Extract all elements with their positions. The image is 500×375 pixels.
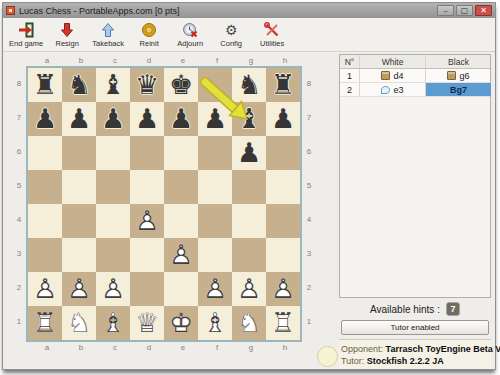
takeback-button[interactable]: Takeback (91, 19, 125, 50)
square-h4[interactable] (266, 204, 300, 238)
adjourn-button[interactable]: Adjourn (173, 19, 207, 50)
file-label-d: d (132, 55, 166, 66)
square-d3[interactable] (130, 238, 164, 272)
opponent-value: Tarrasch ToyEngine Beta V0.905 (386, 344, 500, 354)
move-row-2: 2e3Bg7 (340, 83, 490, 97)
moves-panel: N°WhiteBlack1d4g62e3Bg7 (339, 54, 491, 298)
takeback-up-arrow-icon (100, 22, 116, 39)
square-b6[interactable] (62, 136, 96, 170)
rank-label-2: 2 (302, 270, 316, 304)
file-label-f: f (200, 55, 234, 66)
white-pawn: ♙ (96, 272, 130, 306)
file-label-a: a (30, 55, 64, 66)
rank-label-5: 5 (12, 168, 26, 202)
black-pawn: ♟ (62, 102, 96, 136)
main-content: abcdefgh 87654321 ♜♞♝♛♚♞♜♟♟♟♟♟♟♝♟♟♟♙♟♙♟♙… (3, 52, 495, 369)
maximize-button[interactable]: ▢ (456, 5, 473, 16)
square-f2[interactable]: ♟♙ (198, 272, 232, 306)
close-button[interactable]: ✕ (475, 5, 492, 16)
square-f6[interactable] (198, 136, 232, 170)
file-label-f: f (200, 342, 234, 353)
square-d8[interactable]: ♛ (130, 68, 164, 102)
square-g8[interactable]: ♞ (232, 68, 266, 102)
white-bishop: ♗ (198, 306, 232, 340)
black-king: ♚ (164, 68, 198, 102)
black-pawn: ♟ (96, 102, 130, 136)
rank-label-8: 8 (302, 66, 316, 100)
square-c6[interactable] (96, 136, 130, 170)
rank-labels-right: 87654321 (302, 66, 316, 342)
move-cell-black-1[interactable]: g6 (426, 69, 491, 82)
moves-header-n: N° (340, 55, 360, 68)
square-e6[interactable] (164, 136, 198, 170)
white-pawn: ♙ (62, 272, 96, 306)
chess-board: ♜♞♝♛♚♞♜♟♟♟♟♟♟♝♟♟♟♙♟♙♟♙♟♙♟♙♟♙♟♙♟♙♜♖♞♘♝♗♛♕… (26, 66, 302, 342)
square-h8[interactable]: ♜ (266, 68, 300, 102)
white-queen: ♕ (130, 306, 164, 340)
black-pawn: ♟ (198, 102, 232, 136)
resign-down-arrow-icon (59, 22, 75, 39)
square-h3[interactable] (266, 238, 300, 272)
black-pawn: ♟ (266, 102, 300, 136)
move-cell-white-2[interactable]: e3 (360, 83, 426, 96)
file-label-d: d (132, 342, 166, 353)
black-pawn: ♟ (28, 102, 62, 136)
square-g6[interactable]: ♟ (232, 136, 266, 170)
square-h1[interactable]: ♜♖ (266, 306, 300, 340)
opponent-label: Opponent: (341, 344, 383, 354)
white-pawn: ♙ (164, 238, 198, 272)
move-cell-white-1[interactable]: d4 (360, 69, 426, 82)
square-a5[interactable] (28, 170, 62, 204)
engine-info-box: Opponent: Tarrasch ToyEngine Beta V0.905… (339, 339, 491, 369)
black-pawn: ♟ (130, 102, 164, 136)
square-b3[interactable] (62, 238, 96, 272)
title-bar[interactable]: Lucas Chess - PortableApps.com [0 pts] –… (3, 3, 495, 18)
square-c4[interactable] (96, 204, 130, 238)
reinit-coin-icon (141, 22, 157, 39)
file-label-h: h (268, 342, 302, 353)
square-c1[interactable]: ♝♗ (96, 306, 130, 340)
white-knight: ♘ (232, 306, 266, 340)
file-label-c: c (98, 55, 132, 66)
square-a7[interactable]: ♟ (28, 102, 62, 136)
square-a6[interactable] (28, 136, 62, 170)
square-b8[interactable]: ♞ (62, 68, 96, 102)
moves-header-black: Black (426, 55, 491, 68)
black-bishop: ♝ (96, 68, 130, 102)
hints-row: Available hints : 7 (339, 298, 491, 320)
file-label-h: h (268, 55, 302, 66)
file-label-a: a (30, 342, 64, 353)
rank-label-7: 7 (302, 100, 316, 134)
window-title: Lucas Chess - PortableApps.com [0 pts] (19, 6, 435, 16)
tutor-line: Tutor: Stockfish 2.2.2 JA (341, 355, 489, 367)
black-queen: ♛ (130, 68, 164, 102)
file-label-g: g (234, 342, 268, 353)
square-d6[interactable] (130, 136, 164, 170)
square-g2[interactable]: ♟♙ (232, 272, 266, 306)
white-rook: ♖ (28, 306, 62, 340)
black-knight: ♞ (232, 68, 266, 102)
square-a4[interactable] (28, 204, 62, 238)
square-f3[interactable] (198, 238, 232, 272)
config-button[interactable]: ⚙Config (214, 19, 248, 50)
file-labels-top: abcdefgh (30, 55, 337, 66)
white-king: ♔ (164, 306, 198, 340)
square-b7[interactable]: ♟ (62, 102, 96, 136)
square-b5[interactable] (62, 170, 96, 204)
file-label-e: e (166, 342, 200, 353)
square-e1[interactable]: ♚♔ (164, 306, 198, 340)
square-g1[interactable]: ♞♘ (232, 306, 266, 340)
square-h6[interactable] (266, 136, 300, 170)
book-icon (381, 71, 390, 80)
hints-count-badge: 7 (446, 302, 460, 316)
square-a3[interactable] (28, 238, 62, 272)
black-rook: ♜ (28, 68, 62, 102)
rank-label-4: 4 (12, 202, 26, 236)
tutor-label: Tutor: (341, 356, 364, 366)
square-a8[interactable]: ♜ (28, 68, 62, 102)
file-label-g: g (234, 55, 268, 66)
square-c5[interactable] (96, 170, 130, 204)
square-a2[interactable]: ♟♙ (28, 272, 62, 306)
lucas-chess-window: Lucas Chess - PortableApps.com [0 pts] –… (2, 2, 496, 370)
square-d4[interactable]: ♟♙ (130, 204, 164, 238)
square-c2[interactable]: ♟♙ (96, 272, 130, 306)
square-f1[interactable]: ♝♗ (198, 306, 232, 340)
utilities-tools-icon (264, 22, 280, 39)
resign-button[interactable]: Resign (50, 19, 84, 50)
square-f5[interactable] (198, 170, 232, 204)
white-bishop: ♗ (96, 306, 130, 340)
reinit-button[interactable]: Reinit (132, 19, 166, 50)
tutor-value: Stockfish 2.2.2 JA (367, 356, 444, 366)
square-c7[interactable]: ♟ (96, 102, 130, 136)
rank-label-1: 1 (302, 304, 316, 338)
square-d5[interactable] (130, 170, 164, 204)
square-e7[interactable]: ♟ (164, 102, 198, 136)
move-cell-black-2[interactable]: Bg7 (426, 83, 491, 96)
white-rook: ♖ (266, 306, 300, 340)
file-label-e: e (166, 55, 200, 66)
black-knight: ♞ (62, 68, 96, 102)
square-e4[interactable] (164, 204, 198, 238)
moves-header-row: N°WhiteBlack (340, 55, 490, 69)
rank-label-2: 2 (12, 270, 26, 304)
square-d1[interactable]: ♛♕ (130, 306, 164, 340)
rank-label-3: 3 (12, 236, 26, 270)
right-pane: N°WhiteBlack1d4g62e3Bg7 Available hints … (337, 52, 494, 369)
square-f8[interactable] (198, 68, 232, 102)
black-bishop: ♝ (232, 102, 266, 136)
moves-header-white: White (360, 55, 426, 68)
white-pawn: ♙ (28, 272, 62, 306)
square-g4[interactable] (232, 204, 266, 238)
book-icon (447, 71, 456, 80)
square-f7[interactable]: ♟ (198, 102, 232, 136)
file-label-b: b (64, 342, 98, 353)
square-d7[interactable]: ♟ (130, 102, 164, 136)
white-pawn: ♙ (198, 272, 232, 306)
square-a1[interactable]: ♜♖ (28, 306, 62, 340)
square-h5[interactable] (266, 170, 300, 204)
square-e8[interactable]: ♚ (164, 68, 198, 102)
move-row-1: 1d4g6 (340, 69, 490, 83)
rank-label-8: 8 (12, 66, 26, 100)
move-number: 1 (340, 69, 360, 82)
black-rook: ♜ (266, 68, 300, 102)
square-h7[interactable]: ♟ (266, 102, 300, 136)
square-b2[interactable]: ♟♙ (62, 272, 96, 306)
screenshot-root: Lucas Chess - PortableApps.com [0 pts] –… (0, 0, 500, 375)
rank-label-3: 3 (302, 236, 316, 270)
opponent-line: Opponent: Tarrasch ToyEngine Beta V0.905 (341, 343, 489, 355)
file-label-b: b (64, 55, 98, 66)
toolbar: End gameResignTakebackReinitAdjourn⚙Conf… (3, 18, 495, 52)
app-icon (6, 6, 15, 15)
rank-label-5: 5 (302, 168, 316, 202)
minimize-button[interactable]: – (437, 5, 454, 16)
square-b4[interactable] (62, 204, 96, 238)
square-d2[interactable] (130, 272, 164, 306)
square-b1[interactable]: ♞♘ (62, 306, 96, 340)
file-label-c: c (98, 342, 132, 353)
config-gear-icon: ⚙ (225, 22, 238, 39)
white-pawn: ♙ (232, 272, 266, 306)
square-e3[interactable]: ♟♙ (164, 238, 198, 272)
white-pawn: ♙ (130, 204, 164, 238)
black-pawn: ♟ (164, 102, 198, 136)
rank-label-4: 4 (302, 202, 316, 236)
white-pawn: ♙ (266, 272, 300, 306)
rank-label-1: 1 (12, 304, 26, 338)
file-labels-bottom: abcdefgh (30, 342, 337, 353)
rank-label-7: 7 (12, 100, 26, 134)
rank-label-6: 6 (12, 134, 26, 168)
move-number: 2 (340, 83, 360, 96)
tutor-thinking-indicator (317, 346, 338, 367)
white-knight: ♘ (62, 306, 96, 340)
square-g5[interactable] (232, 170, 266, 204)
available-hints-label: Available hints : (370, 304, 440, 315)
square-g3[interactable] (232, 238, 266, 272)
square-h2[interactable]: ♟♙ (266, 272, 300, 306)
square-f4[interactable] (198, 204, 232, 238)
rank-labels-left: 87654321 (12, 66, 26, 342)
square-e5[interactable] (164, 170, 198, 204)
square-c8[interactable]: ♝ (96, 68, 130, 102)
board-pane: abcdefgh 87654321 ♜♞♝♛♚♞♜♟♟♟♟♟♟♝♟♟♟♙♟♙♟♙… (3, 52, 337, 369)
end-game-button[interactable]: End game (9, 19, 43, 50)
square-c3[interactable] (96, 238, 130, 272)
adjourn-clock-icon (182, 22, 198, 39)
square-g7[interactable]: ♝ (232, 102, 266, 136)
bubble-icon (381, 86, 390, 94)
utilities-button[interactable]: Utilities (255, 19, 289, 50)
square-e2[interactable] (164, 272, 198, 306)
exit-door-icon (18, 22, 34, 39)
tutor-enabled-button[interactable]: Tutor enabled (341, 320, 489, 335)
rank-label-6: 6 (302, 134, 316, 168)
black-pawn: ♟ (232, 136, 266, 170)
